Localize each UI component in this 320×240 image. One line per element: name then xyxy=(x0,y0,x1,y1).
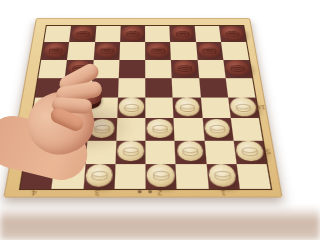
square-a1[interactable] xyxy=(20,164,54,189)
square-d1[interactable] xyxy=(114,164,145,189)
square-e5[interactable] xyxy=(145,78,173,98)
square-f3[interactable] xyxy=(174,118,204,140)
square-b7[interactable] xyxy=(67,42,94,59)
light-piece[interactable]: ⛀ xyxy=(230,98,257,116)
checkers-board[interactable]: ⛂⛂⛂⛂⛂⛂⛂⛂⛂⛂⛂⛀⛀⛀⛀⛀⛀⛀⛀⛀⛀⛀⛀ 4 3 2 1 16 5 xyxy=(3,18,282,198)
light-piece[interactable]: ⛀ xyxy=(119,98,144,116)
square-e3[interactable]: ⛀ xyxy=(145,118,174,140)
square-h8[interactable]: ⛂ xyxy=(219,26,246,42)
light-piece[interactable]: ⛀ xyxy=(208,164,237,186)
square-h4[interactable]: ⛀ xyxy=(228,98,259,119)
dark-piece[interactable]: ⛂ xyxy=(225,60,251,76)
square-h1[interactable] xyxy=(236,164,271,189)
dark-piece[interactable]: ⛂ xyxy=(147,43,170,58)
square-b6[interactable]: ⛂ xyxy=(65,60,93,78)
square-d6[interactable] xyxy=(118,60,145,78)
square-e8[interactable] xyxy=(145,26,170,42)
photo: ⛂⛂⛂⛂⛂⛂⛂⛂⛂⛂⛂⛀⛀⛀⛀⛀⛀⛀⛀⛀⛀⛀⛀ 4 3 2 1 16 5 xyxy=(0,0,320,240)
light-piece[interactable]: ⛀ xyxy=(235,141,264,162)
square-g8[interactable] xyxy=(194,26,221,42)
square-g2[interactable] xyxy=(204,140,236,164)
bottom-label-3: 3 xyxy=(94,188,100,197)
square-a8[interactable] xyxy=(44,26,71,42)
square-d8[interactable]: ⛂ xyxy=(120,26,145,42)
square-d3[interactable] xyxy=(116,118,145,140)
square-c2[interactable] xyxy=(85,140,116,164)
square-f5[interactable] xyxy=(172,78,200,98)
square-a7[interactable]: ⛂ xyxy=(41,42,69,59)
table-edge-blur xyxy=(0,206,320,240)
square-g1[interactable]: ⛀ xyxy=(206,164,239,189)
square-b8[interactable]: ⛂ xyxy=(69,26,96,42)
dark-piece[interactable]: ⛂ xyxy=(67,60,92,76)
square-h3[interactable] xyxy=(231,118,263,140)
dark-piece[interactable]: ⛂ xyxy=(220,26,244,40)
light-piece[interactable]: ⛀ xyxy=(147,164,175,186)
hinge-dot xyxy=(148,190,152,193)
square-h2[interactable]: ⛀ xyxy=(233,140,266,164)
square-a6[interactable] xyxy=(38,60,67,78)
square-c7[interactable]: ⛂ xyxy=(93,42,120,59)
square-d7[interactable] xyxy=(119,42,145,59)
square-d5[interactable] xyxy=(118,78,146,98)
square-c1[interactable]: ⛀ xyxy=(83,164,115,189)
light-piece[interactable]: ⛀ xyxy=(174,98,200,116)
square-a4[interactable] xyxy=(32,98,63,119)
square-e1[interactable]: ⛀ xyxy=(145,164,176,189)
dark-piece[interactable]: ⛂ xyxy=(121,26,143,40)
square-e2[interactable] xyxy=(145,140,175,164)
square-h6[interactable]: ⛂ xyxy=(223,60,252,78)
square-c3[interactable]: ⛀ xyxy=(87,118,117,140)
square-e6[interactable] xyxy=(145,60,172,78)
right-label-16: 16 xyxy=(255,103,266,110)
dark-piece[interactable]: ⛂ xyxy=(197,43,221,58)
square-h5[interactable] xyxy=(225,78,255,98)
square-f2[interactable]: ⛀ xyxy=(175,140,206,164)
square-c4[interactable] xyxy=(89,98,118,119)
dark-piece[interactable]: ⛂ xyxy=(43,43,68,58)
square-b3[interactable] xyxy=(58,118,89,140)
square-h7[interactable] xyxy=(221,42,249,59)
light-piece[interactable]: ⛀ xyxy=(176,141,204,162)
light-piece[interactable]: ⛀ xyxy=(85,164,113,186)
bottom-label-4: 4 xyxy=(31,188,38,197)
square-b4[interactable] xyxy=(60,98,90,119)
light-piece[interactable]: ⛀ xyxy=(147,119,173,138)
dark-piece[interactable]: ⛂ xyxy=(171,26,194,40)
dark-piece[interactable]: ⛂ xyxy=(173,60,197,76)
light-piece[interactable]: ⛀ xyxy=(117,141,144,162)
square-a2[interactable] xyxy=(24,140,57,164)
dark-piece[interactable]: ⛂ xyxy=(71,26,94,40)
square-b2[interactable] xyxy=(55,140,87,164)
square-a5[interactable] xyxy=(35,78,65,98)
square-f4[interactable]: ⛀ xyxy=(173,98,202,119)
light-piece[interactable]: ⛀ xyxy=(89,119,115,138)
square-g5[interactable] xyxy=(199,78,228,98)
square-c5[interactable] xyxy=(90,78,118,98)
dark-piece[interactable]: ⛂ xyxy=(95,43,118,58)
square-f8[interactable]: ⛂ xyxy=(170,26,196,42)
right-label-5: 5 xyxy=(265,147,272,155)
square-f6[interactable]: ⛂ xyxy=(171,60,199,78)
square-g3[interactable]: ⛀ xyxy=(202,118,233,140)
square-a3[interactable] xyxy=(28,118,60,140)
square-g6[interactable] xyxy=(197,60,225,78)
playing-area[interactable]: ⛂⛂⛂⛂⛂⛂⛂⛂⛂⛂⛂⛀⛀⛀⛀⛀⛀⛀⛀⛀⛀⛀⛀ xyxy=(19,25,272,190)
square-g4[interactable] xyxy=(200,98,230,119)
bottom-label-1: 1 xyxy=(220,188,227,197)
square-g7[interactable]: ⛂ xyxy=(196,42,223,59)
square-d4[interactable]: ⛀ xyxy=(117,98,145,119)
square-d2[interactable]: ⛀ xyxy=(115,140,145,164)
square-f7[interactable] xyxy=(170,42,197,59)
light-piece[interactable]: ⛀ xyxy=(204,119,231,138)
bottom-label-2: 2 xyxy=(157,188,163,197)
square-e7[interactable]: ⛂ xyxy=(145,42,171,59)
square-c6[interactable] xyxy=(92,60,119,78)
hinge-dot xyxy=(137,190,141,193)
square-e4[interactable] xyxy=(145,98,173,119)
square-f1[interactable] xyxy=(176,164,208,189)
square-b5[interactable] xyxy=(63,78,92,98)
square-b1[interactable] xyxy=(52,164,85,189)
square-c8[interactable] xyxy=(95,26,121,42)
